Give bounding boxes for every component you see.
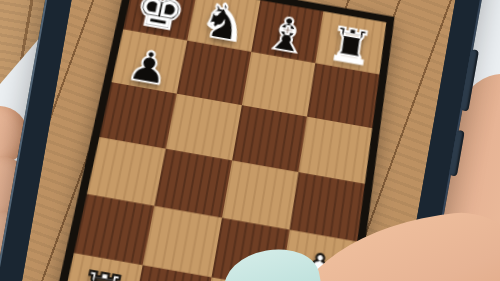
piece-white-B[interactable]: ♝ (142, 275, 200, 281)
piece-black-P[interactable]: ♟ (124, 43, 173, 92)
piece-black-B[interactable]: ♝ (261, 9, 312, 62)
scene: ♚♞♝♜♟♟♜♝ (0, 0, 500, 281)
chess-board[interactable]: ♚♞♝♜♟♟♜♝ (36, 0, 395, 281)
piece-black-R[interactable]: ♜ (325, 20, 375, 73)
board-perspective-wrap: ♚♞♝♜♟♟♜♝ (36, 0, 395, 281)
piece-white-R[interactable]: ♜ (71, 263, 130, 281)
